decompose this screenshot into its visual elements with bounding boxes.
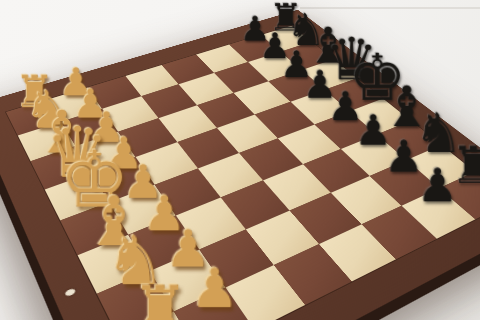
piece-white-pawn-h2[interactable]: ♟ [191, 262, 240, 316]
piece-white-rook-h1[interactable]: ♜ [132, 277, 189, 320]
chess-board: ♜♟♟♜♞♟♟♞♝♟♟♝♛♟♟♛♚♟♟♚♝♟♟♝♞♟♟♞♜♟♟♜ [0, 10, 480, 320]
scene: ♜♟♟♜♞♟♟♞♝♟♟♝♛♟♟♛♚♟♟♚♝♟♟♝♞♟♟♞♜♟♟♜ [0, 0, 480, 320]
chess-board-grid: ♜♟♟♜♞♟♟♞♝♟♟♝♛♟♟♛♚♟♟♚♝♟♟♝♞♟♟♞♜♟♟♜ [6, 26, 480, 320]
square-h1[interactable]: ♜ [119, 312, 201, 320]
piece-black-pawn-h7[interactable]: ♟ [417, 163, 458, 209]
perspective-wrapper: ♜♟♟♜♞♟♟♞♝♟♟♝♛♟♟♛♚♟♟♚♝♟♟♝♞♟♟♞♜♟♟♜ [0, 0, 480, 320]
frame-inlay-dot [64, 288, 76, 297]
